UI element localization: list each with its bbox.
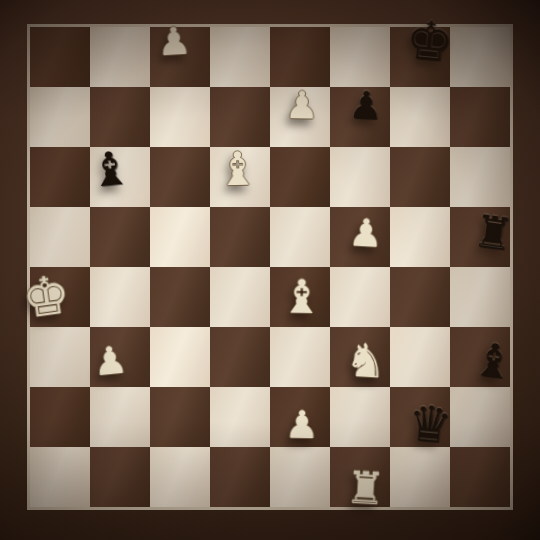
square-c6[interactable] bbox=[150, 147, 210, 207]
square-b4[interactable] bbox=[90, 267, 150, 327]
square-a6[interactable] bbox=[30, 147, 90, 207]
square-c4[interactable] bbox=[150, 267, 210, 327]
square-d4[interactable] bbox=[210, 267, 270, 327]
black-king-g8[interactable]: ♚ bbox=[403, 12, 455, 69]
square-g4[interactable] bbox=[390, 267, 450, 327]
black-queen-g2[interactable]: ♛ bbox=[405, 398, 453, 451]
square-a3[interactable] bbox=[30, 327, 90, 387]
square-b1[interactable] bbox=[90, 447, 150, 507]
chess-photo: ♟♚♟♟♝♝♟♜♚♝♟♞♝♟♛♜ bbox=[0, 0, 540, 540]
white-pawn-e7[interactable]: ♟ bbox=[284, 86, 319, 125]
square-f2[interactable] bbox=[330, 387, 390, 447]
square-c5[interactable] bbox=[150, 207, 210, 267]
square-e8[interactable] bbox=[270, 27, 330, 87]
square-g6[interactable] bbox=[390, 147, 450, 207]
square-g7[interactable] bbox=[390, 87, 450, 147]
square-g1[interactable] bbox=[390, 447, 450, 507]
square-d8[interactable] bbox=[210, 27, 270, 87]
square-a8[interactable] bbox=[30, 27, 90, 87]
square-e6[interactable] bbox=[270, 147, 330, 207]
square-f6[interactable] bbox=[330, 147, 390, 207]
square-f4[interactable] bbox=[330, 267, 390, 327]
white-pawn-f5[interactable]: ♟ bbox=[348, 213, 384, 253]
square-b5[interactable] bbox=[90, 207, 150, 267]
square-g5[interactable] bbox=[390, 207, 450, 267]
black-bishop-h3[interactable]: ♝ bbox=[470, 335, 517, 386]
square-b8[interactable] bbox=[90, 27, 150, 87]
square-d7[interactable] bbox=[210, 87, 270, 147]
square-c2[interactable] bbox=[150, 387, 210, 447]
square-d2[interactable] bbox=[210, 387, 270, 447]
square-c1[interactable] bbox=[150, 447, 210, 507]
square-e3[interactable] bbox=[270, 327, 330, 387]
square-g3[interactable] bbox=[390, 327, 450, 387]
square-c3[interactable] bbox=[150, 327, 210, 387]
square-h4[interactable] bbox=[450, 267, 510, 327]
square-a2[interactable] bbox=[30, 387, 90, 447]
white-knight-f3[interactable]: ♞ bbox=[344, 337, 388, 385]
square-a5[interactable] bbox=[30, 207, 90, 267]
square-e1[interactable] bbox=[270, 447, 330, 507]
white-pawn-c8[interactable]: ♟ bbox=[156, 22, 192, 62]
square-h7[interactable] bbox=[450, 87, 510, 147]
square-h6[interactable] bbox=[450, 147, 510, 207]
white-bishop-e4[interactable]: ♝ bbox=[281, 273, 323, 320]
black-bishop-b6[interactable]: ♝ bbox=[87, 144, 133, 194]
square-d1[interactable] bbox=[210, 447, 270, 507]
square-d3[interactable] bbox=[210, 327, 270, 387]
black-pawn-f7[interactable]: ♟ bbox=[348, 85, 384, 125]
square-h1[interactable] bbox=[450, 447, 510, 507]
chessboard: ♟♚♟♟♝♝♟♜♚♝♟♞♝♟♛♜ bbox=[27, 24, 513, 510]
square-a1[interactable] bbox=[30, 447, 90, 507]
square-b2[interactable] bbox=[90, 387, 150, 447]
square-h2[interactable] bbox=[450, 387, 510, 447]
square-h8[interactable] bbox=[450, 27, 510, 87]
white-pawn-b3[interactable]: ♟ bbox=[91, 340, 129, 381]
white-rook-f1[interactable]: ♜ bbox=[345, 465, 387, 511]
white-bishop-d6[interactable]: ♝ bbox=[217, 146, 259, 193]
square-c7[interactable] bbox=[150, 87, 210, 147]
square-b7[interactable] bbox=[90, 87, 150, 147]
square-d5[interactable] bbox=[210, 207, 270, 267]
black-rook-h5[interactable]: ♜ bbox=[471, 208, 516, 257]
square-a7[interactable] bbox=[30, 87, 90, 147]
square-f8[interactable] bbox=[330, 27, 390, 87]
white-pawn-e2[interactable]: ♟ bbox=[284, 406, 319, 445]
square-e5[interactable] bbox=[270, 207, 330, 267]
white-king-a4[interactable]: ♚ bbox=[19, 267, 73, 326]
